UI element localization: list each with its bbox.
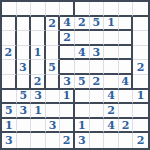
cell-r3c2[interactable] [17, 31, 32, 46]
cell-r2c9[interactable] [119, 17, 134, 32]
cell-r10c7[interactable] [90, 133, 105, 148]
cell-r6c8[interactable] [104, 75, 119, 90]
cell-r10c8[interactable] [104, 133, 119, 148]
cell-r9c2[interactable] [17, 119, 32, 134]
cell-r6c4[interactable] [46, 75, 61, 90]
cell-r7c2: 5 [17, 90, 32, 105]
cell-r2c10[interactable] [133, 17, 148, 32]
cell-r7c7[interactable] [90, 90, 105, 105]
cell-r8c4[interactable] [46, 104, 61, 119]
cell-r2c2[interactable] [17, 17, 32, 32]
cell-r2c4: 2 [46, 17, 61, 32]
cell-r2c3[interactable] [31, 17, 46, 32]
cell-r2c8: 1 [104, 17, 119, 32]
cell-r3c5: 2 [60, 31, 75, 46]
cell-r5c4: 5 [46, 60, 61, 75]
cell-r10c1: 3 [2, 133, 17, 148]
cell-r7c6[interactable] [75, 90, 90, 105]
cell-r4c2[interactable] [17, 46, 32, 61]
cell-r9c10[interactable] [133, 119, 148, 134]
cell-r10c2[interactable] [17, 133, 32, 148]
cell-r8c9[interactable] [119, 104, 134, 119]
cell-r5c10: 2 [133, 60, 148, 75]
cell-r6c2[interactable] [17, 75, 32, 90]
cell-r9c7[interactable] [90, 119, 105, 134]
cell-r3c8[interactable] [104, 31, 119, 46]
cell-r6c9: 4 [119, 75, 134, 90]
cell-r2c1[interactable] [2, 17, 17, 32]
cell-r7c10: 1 [133, 90, 148, 105]
cell-r3c6[interactable] [75, 31, 90, 46]
cell-r1c2[interactable] [17, 2, 32, 17]
cell-r6c1[interactable] [2, 75, 17, 90]
cell-r8c7[interactable] [90, 104, 105, 119]
cell-r3c4[interactable] [46, 31, 61, 46]
cell-r7c4[interactable] [46, 90, 61, 105]
cell-r9c5[interactable] [60, 119, 75, 134]
puzzle-board: 242512214335223524531415312131423232 [0, 0, 150, 150]
cell-r2c5: 4 [60, 17, 75, 32]
cell-r2c7: 5 [90, 17, 105, 32]
cell-r5c5[interactable] [60, 60, 75, 75]
cell-r4c8[interactable] [104, 46, 119, 61]
cell-r5c7[interactable] [90, 60, 105, 75]
cell-r3c9[interactable] [119, 31, 134, 46]
cell-r5c8[interactable] [104, 60, 119, 75]
cell-r1c3[interactable] [31, 2, 46, 17]
cell-r9c4: 3 [46, 119, 61, 134]
cell-r8c3: 1 [31, 104, 46, 119]
cell-r9c1: 1 [2, 119, 17, 134]
cell-r4c10[interactable] [133, 46, 148, 61]
cell-r3c1[interactable] [2, 31, 17, 46]
cell-r4c1: 2 [2, 46, 17, 61]
cell-r8c10[interactable] [133, 104, 148, 119]
cell-r2c6: 2 [75, 17, 90, 32]
cell-r1c7[interactable] [90, 2, 105, 17]
cell-r1c8[interactable] [104, 2, 119, 17]
cell-r4c5[interactable] [60, 46, 75, 61]
cell-r10c3[interactable] [31, 133, 46, 148]
cell-r4c9[interactable] [119, 46, 134, 61]
cell-r8c5[interactable] [60, 104, 75, 119]
cell-r9c6: 1 [75, 119, 90, 134]
cell-r3c3[interactable] [31, 31, 46, 46]
cell-r5c6[interactable] [75, 60, 90, 75]
cell-r5c9[interactable] [119, 60, 134, 75]
cell-r10c10: 2 [133, 133, 148, 148]
cell-r6c10[interactable] [133, 75, 148, 90]
cell-r4c6: 4 [75, 46, 90, 61]
cell-r1c5[interactable] [60, 2, 75, 17]
cell-r7c8: 4 [104, 90, 119, 105]
cell-r9c8: 4 [104, 119, 119, 134]
cell-r6c3: 2 [31, 75, 46, 90]
cell-r8c1: 5 [2, 104, 17, 119]
cell-r4c7: 3 [90, 46, 105, 61]
cell-r1c10[interactable] [133, 2, 148, 17]
cell-r8c6[interactable] [75, 104, 90, 119]
cell-r4c3: 1 [31, 46, 46, 61]
cell-r5c3[interactable] [31, 60, 46, 75]
cell-r9c3[interactable] [31, 119, 46, 134]
cell-r3c7[interactable] [90, 31, 105, 46]
cell-r10c4[interactable] [46, 133, 61, 148]
cell-r10c9[interactable] [119, 133, 134, 148]
cell-r8c2: 3 [17, 104, 32, 119]
cell-r6c7: 2 [90, 75, 105, 90]
cell-r9c9: 2 [119, 119, 134, 134]
cell-r8c8: 2 [104, 104, 119, 119]
cell-r10c5: 2 [60, 133, 75, 148]
cell-r7c3: 3 [31, 90, 46, 105]
cell-r7c9[interactable] [119, 90, 134, 105]
cell-r5c1[interactable] [2, 60, 17, 75]
cell-r1c1[interactable] [2, 2, 17, 17]
cell-r1c6[interactable] [75, 2, 90, 17]
cell-r3c10[interactable] [133, 31, 148, 46]
cell-r6c5: 3 [60, 75, 75, 90]
cell-r7c1[interactable] [2, 90, 17, 105]
cell-r1c4[interactable] [46, 2, 61, 17]
cell-r5c2: 3 [17, 60, 32, 75]
cell-r6c6: 5 [75, 75, 90, 90]
cell-r10c6: 3 [75, 133, 90, 148]
cell-r1c9[interactable] [119, 2, 134, 17]
cell-r4c4[interactable] [46, 46, 61, 61]
cell-r7c5: 1 [60, 90, 75, 105]
